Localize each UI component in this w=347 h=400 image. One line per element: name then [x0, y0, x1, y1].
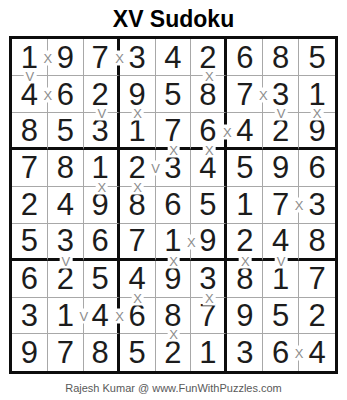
cell-digit: 8 [128, 189, 145, 220]
cell-digit: 6 [199, 115, 216, 146]
credit-text: Rajesh Kumar @ www.FunWithPuzzles.com [0, 382, 347, 394]
sudoku-cell[interactable]: 2 [120, 150, 156, 187]
cell-digit: 9 [164, 263, 181, 294]
cell-digit: 3 [199, 263, 216, 294]
sudoku-cell[interactable]: 2 [156, 334, 192, 371]
sudoku-cell[interactable]: 6 [12, 261, 48, 298]
sudoku-cell[interactable]: 2 [263, 113, 299, 150]
cell-digit: 7 [236, 79, 253, 110]
cell-digit: 3 [21, 300, 38, 331]
sudoku-cell[interactable]: 9 [191, 224, 227, 261]
sudoku-cell[interactable]: 2 [48, 261, 84, 298]
sudoku-cell[interactable]: 9 [84, 187, 120, 224]
cell-digit: 1 [92, 152, 109, 183]
sudoku-cell[interactable]: 1 [84, 150, 120, 187]
sudoku-cell[interactable]: 9 [299, 113, 335, 150]
cell-digit: 6 [21, 263, 38, 294]
cell-digit: 1 [308, 79, 325, 110]
sudoku-cell[interactable]: 5 [84, 261, 120, 298]
sudoku-cell[interactable]: 6 [227, 39, 263, 76]
cell-digit: 3 [92, 115, 109, 146]
sudoku-cell[interactable]: 3 [48, 224, 84, 261]
cell-digit: 9 [308, 115, 325, 146]
cell-digit: 8 [308, 225, 325, 256]
sudoku-cell[interactable]: 3 [12, 298, 48, 335]
cell-digit: 7 [199, 300, 216, 331]
sudoku-cell[interactable]: 1 [227, 187, 263, 224]
cell-digit: 5 [272, 300, 289, 331]
cell-digit: 7 [21, 152, 38, 183]
cell-digit: 5 [21, 225, 38, 256]
cell-digit: 1 [21, 42, 38, 73]
sudoku-cell[interactable]: 6 [299, 150, 335, 187]
cell-digit: 3 [164, 152, 181, 183]
cell-digit: 2 [21, 189, 38, 220]
cell-digit: 6 [272, 337, 289, 368]
sudoku-cell[interactable]: 6 [120, 298, 156, 335]
sudoku-cell[interactable]: 5 [156, 76, 192, 113]
sudoku-cell[interactable]: 9 [156, 261, 192, 298]
cell-digit: 8 [21, 115, 38, 146]
sudoku-cell[interactable]: 8 [84, 334, 120, 371]
sudoku-cell[interactable]: 1 [263, 261, 299, 298]
sudoku-cell[interactable]: 9 [120, 76, 156, 113]
cell-digit: 2 [272, 115, 289, 146]
sudoku-cell[interactable]: 2 [227, 224, 263, 261]
sudoku-cell[interactable]: 4 [263, 224, 299, 261]
cell-digit: 9 [57, 42, 74, 73]
sudoku-cell[interactable]: 1 [48, 298, 84, 335]
cell-digit: 1 [128, 115, 145, 146]
sudoku-board: 1973426854629587318531764297812345962498… [9, 36, 338, 374]
cell-digit: 2 [92, 79, 109, 110]
cell-digit: 1 [199, 337, 216, 368]
sudoku-cell[interactable]: 2 [84, 76, 120, 113]
cell-digit: 6 [128, 300, 145, 331]
cell-digit: 3 [308, 189, 325, 220]
cell-digit: 5 [308, 42, 325, 73]
cell-digit: 3 [236, 337, 253, 368]
cell-digit: 7 [57, 337, 74, 368]
sudoku-cell[interactable]: 7 [84, 39, 120, 76]
cell-digit: 4 [199, 152, 216, 183]
cell-digit: 4 [21, 79, 38, 110]
sudoku-cell[interactable]: 3 [299, 187, 335, 224]
cell-digit: 7 [272, 189, 289, 220]
cell-digit: 7 [128, 225, 145, 256]
sudoku-cell[interactable]: 8 [299, 224, 335, 261]
cell-digit: 8 [236, 263, 253, 294]
cell-digit: 1 [57, 300, 74, 331]
cell-digit: 7 [92, 42, 109, 73]
cell-digit: 9 [199, 225, 216, 256]
sudoku-cell[interactable]: 8 [156, 298, 192, 335]
cell-digit: 9 [128, 79, 145, 110]
cell-digit: 6 [164, 189, 181, 220]
sudoku-cell[interactable]: 9 [12, 334, 48, 371]
cell-digit: 2 [128, 152, 145, 183]
sudoku-cell[interactable]: 7 [120, 224, 156, 261]
cell-digit: 5 [92, 263, 109, 294]
sudoku-cell[interactable]: 5 [299, 39, 335, 76]
cell-digit: 5 [236, 152, 253, 183]
sudoku-cell[interactable]: 7 [12, 150, 48, 187]
cell-digit: 4 [164, 42, 181, 73]
page-title: XV Sudoku [0, 0, 347, 32]
sudoku-cell[interactable]: 1 [12, 39, 48, 76]
sudoku-cell[interactable]: 7 [263, 187, 299, 224]
sudoku-cell[interactable]: 1 [156, 224, 192, 261]
sudoku-cell[interactable]: 3 [120, 39, 156, 76]
sudoku-cell[interactable]: 5 [48, 113, 84, 150]
sudoku-cell[interactable]: 6 [48, 76, 84, 113]
cell-digit: 4 [92, 300, 109, 331]
sudoku-cell[interactable]: 8 [120, 187, 156, 224]
sudoku-cell[interactable]: 9 [263, 150, 299, 187]
cell-digit: 8 [164, 300, 181, 331]
sudoku-cell[interactable]: 5 [227, 150, 263, 187]
cell-digit: 6 [92, 225, 109, 256]
cell-digit: 9 [272, 152, 289, 183]
cell-digit: 5 [128, 337, 145, 368]
sudoku-cell[interactable]: 9 [48, 39, 84, 76]
sudoku-cell[interactable]: 4 [156, 39, 192, 76]
cell-digit: 4 [236, 115, 253, 146]
sudoku-cell[interactable]: 6 [84, 224, 120, 261]
cell-digit: 8 [272, 42, 289, 73]
cell-digit: 9 [236, 300, 253, 331]
sudoku-cell[interactable]: 8 [191, 76, 227, 113]
cell-digit: 1 [164, 225, 181, 256]
cell-digit: 6 [236, 42, 253, 73]
cell-digit: 8 [57, 152, 74, 183]
sudoku-cell[interactable]: 8 [48, 150, 84, 187]
sudoku-cell[interactable]: 4 [299, 334, 335, 371]
sudoku-cell[interactable]: 4 [12, 76, 48, 113]
cell-digit: 7 [308, 263, 325, 294]
sudoku-cell[interactable]: 8 [263, 39, 299, 76]
sudoku-cell[interactable]: 1 [191, 334, 227, 371]
sudoku-cell[interactable]: 2 [299, 298, 335, 335]
cell-digit: 9 [21, 337, 38, 368]
cell-digit: 1 [272, 263, 289, 294]
cell-digit: 3 [272, 79, 289, 110]
sudoku-cell[interactable]: 6 [263, 334, 299, 371]
sudoku-cell[interactable]: 4 [227, 113, 263, 150]
sudoku-cell[interactable]: 2 [191, 39, 227, 76]
cell-digit: 2 [308, 300, 325, 331]
sudoku-cell[interactable]: 7 [156, 113, 192, 150]
sudoku-cell[interactable]: 2 [12, 187, 48, 224]
sudoku-cell[interactable]: 5 [191, 187, 227, 224]
cell-digit: 4 [57, 189, 74, 220]
cell-digit: 1 [236, 189, 253, 220]
sudoku-cell[interactable]: 7 [227, 76, 263, 113]
sudoku-cell[interactable]: 3 [227, 334, 263, 371]
sudoku-cell[interactable]: 1 [120, 113, 156, 150]
sudoku-cell[interactable]: 7 [191, 298, 227, 335]
cell-digit: 3 [128, 42, 145, 73]
sudoku-cell[interactable]: 7 [48, 334, 84, 371]
sudoku-cell[interactable]: 5 [263, 298, 299, 335]
cell-digit: 9 [92, 189, 109, 220]
puzzle-page: XV Sudoku 197342685462958731853176429781… [0, 0, 347, 400]
cell-digit: 8 [92, 337, 109, 368]
sudoku-cell[interactable]: 9 [227, 298, 263, 335]
cell-digit: 8 [199, 79, 216, 110]
sudoku-cell[interactable]: 8 [227, 261, 263, 298]
cell-digit: 4 [272, 225, 289, 256]
sudoku-cell[interactable]: 6 [191, 113, 227, 150]
cell-digit: 2 [164, 337, 181, 368]
cell-digit: 5 [199, 189, 216, 220]
sudoku-cell[interactable]: 4 [48, 187, 84, 224]
sudoku-cell[interactable]: 7 [299, 261, 335, 298]
sudoku-cell[interactable]: 8 [12, 113, 48, 150]
sudoku-cell[interactable]: 4 [191, 150, 227, 187]
sudoku-cell[interactable]: 1 [299, 76, 335, 113]
cell-digit: 2 [236, 225, 253, 256]
sudoku-cell[interactable]: 3 [191, 261, 227, 298]
sudoku-cell[interactable]: 3 [84, 113, 120, 150]
cell-digit: 4 [308, 337, 325, 368]
cell-digit: 6 [308, 152, 325, 183]
sudoku-cell[interactable]: 3 [156, 150, 192, 187]
cell-digit: 7 [164, 115, 181, 146]
cell-digit: 4 [128, 263, 145, 294]
sudoku-cell[interactable]: 6 [156, 187, 192, 224]
cell-digit: 5 [57, 115, 74, 146]
cell-digit: 6 [57, 79, 74, 110]
sudoku-cell[interactable]: 5 [12, 224, 48, 261]
cell-digit: 2 [57, 263, 74, 294]
sudoku-cell[interactable]: 5 [120, 334, 156, 371]
cell-digit: 5 [164, 79, 181, 110]
cell-digit: 3 [57, 225, 74, 256]
sudoku-cell[interactable]: 4 [120, 261, 156, 298]
sudoku-cell[interactable]: 3 [263, 76, 299, 113]
cell-digit: 2 [199, 42, 216, 73]
sudoku-cell[interactable]: 4 [84, 298, 120, 335]
